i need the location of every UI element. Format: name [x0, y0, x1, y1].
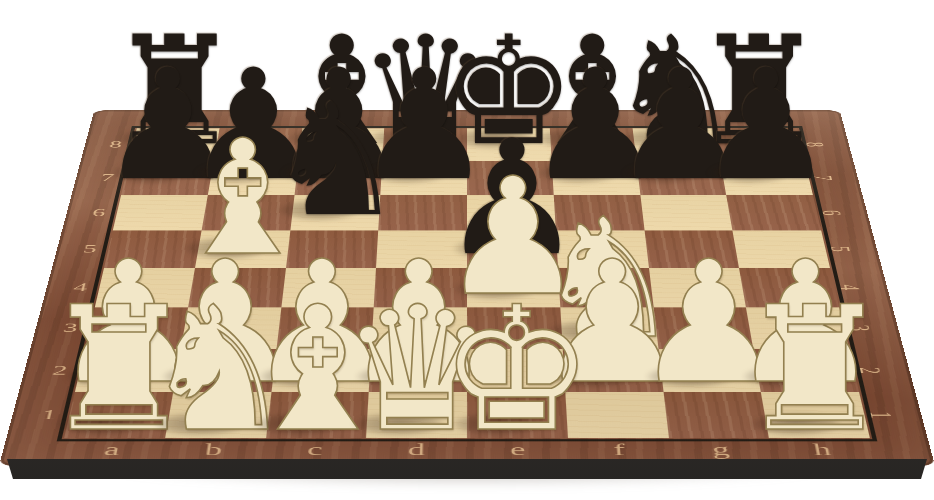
piece-white-rook-h1[interactable]: ♜: [729, 284, 901, 456]
chess-board-photo: abcdefgh8765432187654321 ♜♝♛♚♝♞♜♟♟♟♟♟♟♟♞…: [0, 0, 934, 500]
piece-black-pawn-h7[interactable]: ♟: [690, 49, 843, 202]
pieces-layer: ♜♝♛♚♝♞♜♟♟♟♟♟♟♟♞♟♝♟♞♟♟♟♟♟♟♟♜♞♝♛♚♜: [0, 0, 934, 500]
piece-white-king-e1[interactable]: ♚: [431, 284, 603, 456]
